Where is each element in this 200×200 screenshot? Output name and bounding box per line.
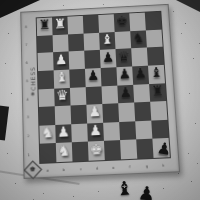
file-label-h: h (158, 162, 168, 168)
square-f1[interactable] (120, 140, 137, 160)
square-c4[interactable] (70, 87, 87, 106)
square-d3[interactable]: ♟ (86, 104, 103, 123)
square-h2[interactable] (151, 120, 168, 139)
square-f7[interactable] (115, 31, 132, 49)
square-g8[interactable] (129, 13, 146, 31)
square-b7[interactable] (53, 34, 69, 52)
file-label-f: f (125, 164, 135, 170)
square-e1[interactable] (104, 140, 121, 160)
square-e6[interactable]: ♟ (100, 49, 117, 68)
piece-black-rook-a8[interactable]: ♜ (38, 18, 50, 32)
square-g6[interactable] (131, 48, 148, 67)
square-g2[interactable] (135, 120, 152, 139)
square-b4[interactable]: ♛ (54, 87, 70, 106)
square-e3[interactable] (102, 103, 119, 122)
square-b3[interactable] (55, 106, 71, 125)
square-d6[interactable] (84, 50, 100, 69)
file-label-d: d (92, 165, 102, 171)
piece-white-bishop-e7[interactable]: ♝ (101, 32, 114, 46)
piece-black-knight-g7[interactable]: ♞ (132, 30, 145, 44)
piece-white-pawn-d3[interactable]: ♟ (88, 105, 101, 119)
piece-black-pawn-f5[interactable]: ♟ (118, 67, 131, 81)
square-b6[interactable]: ♟ (53, 52, 69, 71)
file-label-b: b (59, 167, 69, 173)
photo-layer: ◉ CHESS 87654321 abcdefgh ♚ ♜♜♚♝♞♟♟♛♝♟♟♟… (0, 0, 200, 200)
piece-white-king-d1[interactable]: ♚ (90, 142, 103, 157)
square-e5[interactable] (101, 67, 118, 86)
square-d1[interactable]: ♚ (88, 141, 105, 161)
playing-area: ♜♜♚♝♞♟♟♛♝♟♟♟♝♛♟♜♟♞♟♟♞♚ (36, 11, 171, 164)
piece-white-pawn-b2[interactable]: ♟ (57, 124, 70, 139)
square-f6[interactable]: ♛ (116, 48, 133, 67)
rank-label-3: 3 (26, 112, 30, 123)
piece-white-queen-b4[interactable]: ♛ (56, 88, 69, 102)
square-a5[interactable] (38, 70, 54, 89)
square-c1[interactable] (72, 142, 89, 162)
square-h4[interactable]: ♜ (149, 83, 166, 102)
square-a8[interactable]: ♜ (37, 17, 53, 35)
square-f8[interactable]: ♚ (114, 13, 130, 31)
square-g1[interactable] (136, 139, 153, 159)
rank-label-8: 8 (24, 22, 28, 32)
piece-white-knight-a2[interactable]: ♞ (41, 125, 54, 140)
captured-piece-corner: ♟ (156, 138, 173, 159)
piece-black-bishop-h5[interactable]: ♝ (150, 65, 163, 79)
square-c6[interactable] (69, 51, 85, 70)
square-e4[interactable] (101, 85, 118, 104)
piece-black-pawn-f4[interactable]: ♟ (119, 85, 132, 99)
screenshot-root: ◉ CHESS 87654321 abcdefgh ♚ ♜♜♚♝♞♟♟♛♝♟♟♟… (0, 0, 200, 200)
rank-label-6: 6 (25, 57, 29, 68)
square-c2[interactable] (71, 123, 88, 142)
square-e2[interactable] (103, 122, 120, 141)
square-g3[interactable] (134, 102, 151, 121)
square-b8[interactable]: ♜ (52, 17, 68, 35)
file-label-g: g (142, 163, 152, 169)
square-b2[interactable]: ♟ (55, 124, 72, 143)
piece-black-rook-h4[interactable]: ♜ (151, 83, 164, 97)
square-a7[interactable] (37, 35, 53, 53)
piece-black-pawn-e6[interactable]: ♟ (102, 50, 115, 64)
square-b5[interactable]: ♝ (54, 69, 70, 88)
rank-label-7: 7 (24, 39, 28, 50)
captured-piece-table-2: ♟ (137, 181, 156, 200)
piece-white-bishop-b5[interactable]: ♝ (55, 70, 68, 84)
square-b1[interactable]: ♞ (56, 143, 73, 163)
square-d4[interactable] (86, 86, 103, 105)
square-h6[interactable] (147, 47, 164, 66)
piece-white-pawn-d2[interactable]: ♟ (89, 123, 102, 138)
piece-white-rook-b8[interactable]: ♜ (54, 17, 67, 31)
square-c5[interactable] (69, 69, 85, 88)
file-label-e: e (108, 164, 118, 170)
crown-icon: ♚ (30, 166, 36, 173)
square-g4[interactable] (133, 84, 150, 103)
piece-black-pawn-g5[interactable]: ♟ (134, 66, 147, 80)
board-grid: ♜♜♚♝♞♟♟♛♝♟♟♟♝♛♟♜♟♞♟♟♞♚ (37, 12, 170, 163)
square-f2[interactable] (119, 121, 136, 140)
square-h5[interactable]: ♝ (148, 65, 165, 84)
square-h7[interactable] (146, 29, 163, 47)
square-a4[interactable] (38, 88, 54, 107)
square-e8[interactable] (98, 14, 114, 32)
square-d2[interactable]: ♟ (87, 123, 104, 142)
rank-label-2: 2 (26, 130, 30, 141)
square-f5[interactable]: ♟ (116, 66, 133, 85)
square-d7[interactable] (84, 32, 100, 50)
square-a2[interactable]: ♞ (39, 125, 55, 144)
piece-white-pawn-b6[interactable]: ♟ (55, 52, 68, 66)
square-g7[interactable]: ♞ (130, 30, 147, 48)
piece-black-pawn-d5[interactable]: ♟ (87, 68, 100, 82)
file-label-a: a (43, 167, 53, 173)
square-f4[interactable]: ♟ (117, 84, 134, 103)
square-d5[interactable]: ♟ (85, 68, 102, 87)
square-h8[interactable] (145, 12, 162, 30)
square-g5[interactable]: ♟ (132, 66, 149, 85)
piece-white-knight-b1[interactable]: ♞ (58, 143, 71, 158)
rank-label-1: 1 (26, 149, 30, 160)
square-a3[interactable] (39, 106, 55, 125)
piece-black-king-f8[interactable]: ♚ (115, 14, 128, 28)
square-a1[interactable] (40, 143, 57, 163)
square-h3[interactable] (150, 101, 167, 120)
piece-black-queen-f6[interactable]: ♛ (117, 49, 130, 63)
square-c3[interactable] (71, 105, 88, 124)
square-d8[interactable] (83, 15, 99, 33)
square-e7[interactable]: ♝ (99, 32, 115, 50)
square-c8[interactable] (67, 16, 83, 34)
file-label-c: c (76, 166, 86, 172)
rank-label-4: 4 (25, 93, 29, 104)
square-a6[interactable] (38, 52, 54, 71)
captured-piece-table-1: ♝ (115, 176, 134, 199)
square-c7[interactable] (68, 33, 84, 51)
rank-label-5: 5 (25, 75, 29, 86)
square-f3[interactable] (118, 103, 135, 122)
